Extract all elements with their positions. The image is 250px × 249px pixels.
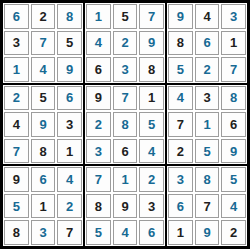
cell-r6c4[interactable]: 3: [86, 139, 111, 164]
cell-r5c2[interactable]: 9: [31, 112, 56, 137]
cell-r8c3[interactable]: 2: [57, 194, 82, 219]
cell-r4c9[interactable]: 8: [221, 86, 246, 111]
cell-r4c7[interactable]: 4: [168, 86, 193, 111]
cell-r2c4[interactable]: 4: [86, 31, 111, 56]
cell-r9c6[interactable]: 6: [139, 220, 164, 245]
cell-r6c7[interactable]: 2: [168, 139, 193, 164]
cell-r9c8[interactable]: 9: [195, 220, 220, 245]
box-6: 438716259: [166, 84, 248, 166]
cell-r2c2[interactable]: 7: [31, 31, 56, 56]
cell-r3c6[interactable]: 8: [139, 57, 164, 82]
cell-r9c7[interactable]: 1: [168, 220, 193, 245]
cell-r9c4[interactable]: 5: [86, 220, 111, 245]
cell-r8c4[interactable]: 8: [86, 194, 111, 219]
cell-r6c2[interactable]: 8: [31, 139, 56, 164]
cell-r3c2[interactable]: 4: [31, 57, 56, 82]
cell-r8c5[interactable]: 9: [113, 194, 138, 219]
cell-r1c4[interactable]: 1: [86, 4, 111, 29]
cell-r5c3[interactable]: 3: [57, 112, 82, 137]
sudoku-board: 6283751491574296389438615272564937819712…: [0, 0, 250, 249]
cell-r9c3[interactable]: 7: [57, 220, 82, 245]
cell-r1c9[interactable]: 3: [221, 4, 246, 29]
cell-r3c4[interactable]: 6: [86, 57, 111, 82]
cell-r3c1[interactable]: 1: [4, 57, 29, 82]
cell-r3c3[interactable]: 9: [57, 57, 82, 82]
cell-r7c8[interactable]: 8: [195, 167, 220, 192]
cell-r8c7[interactable]: 6: [168, 194, 193, 219]
cell-r4c2[interactable]: 5: [31, 86, 56, 111]
cell-r7c3[interactable]: 4: [57, 167, 82, 192]
cell-r1c1[interactable]: 6: [4, 4, 29, 29]
cell-r6c1[interactable]: 7: [4, 139, 29, 164]
cell-r1c7[interactable]: 9: [168, 4, 193, 29]
cell-r5c9[interactable]: 6: [221, 112, 246, 137]
cell-r4c6[interactable]: 1: [139, 86, 164, 111]
cell-r7c7[interactable]: 3: [168, 167, 193, 192]
cell-r1c3[interactable]: 8: [57, 4, 82, 29]
cell-r2c3[interactable]: 5: [57, 31, 82, 56]
cell-r7c5[interactable]: 1: [113, 167, 138, 192]
cell-r6c5[interactable]: 6: [113, 139, 138, 164]
cell-r1c8[interactable]: 4: [195, 4, 220, 29]
cell-r5c5[interactable]: 8: [113, 112, 138, 137]
cell-r4c8[interactable]: 3: [195, 86, 220, 111]
box-8: 712893546: [84, 165, 166, 247]
cell-r7c1[interactable]: 9: [4, 167, 29, 192]
box-5: 971285364: [84, 84, 166, 166]
cell-r6c8[interactable]: 5: [195, 139, 220, 164]
cell-r7c2[interactable]: 6: [31, 167, 56, 192]
cell-r8c2[interactable]: 1: [31, 194, 56, 219]
cell-r2c1[interactable]: 3: [4, 31, 29, 56]
cell-r2c6[interactable]: 9: [139, 31, 164, 56]
cell-r2c7[interactable]: 8: [168, 31, 193, 56]
cell-r2c9[interactable]: 1: [221, 31, 246, 56]
cell-r5c6[interactable]: 5: [139, 112, 164, 137]
cell-r6c6[interactable]: 4: [139, 139, 164, 164]
box-2: 157429638: [84, 2, 166, 84]
cell-r2c5[interactable]: 2: [113, 31, 138, 56]
cell-r7c9[interactable]: 5: [221, 167, 246, 192]
cell-r8c6[interactable]: 3: [139, 194, 164, 219]
cell-r5c7[interactable]: 7: [168, 112, 193, 137]
cell-r5c1[interactable]: 4: [4, 112, 29, 137]
cell-r4c5[interactable]: 7: [113, 86, 138, 111]
box-3: 943861527: [166, 2, 248, 84]
cell-r3c7[interactable]: 5: [168, 57, 193, 82]
box-7: 964512837: [2, 165, 84, 247]
cell-r9c5[interactable]: 4: [113, 220, 138, 245]
cell-r4c4[interactable]: 9: [86, 86, 111, 111]
cell-r9c9[interactable]: 2: [221, 220, 246, 245]
cell-r7c4[interactable]: 7: [86, 167, 111, 192]
cell-r1c6[interactable]: 7: [139, 4, 164, 29]
cell-r3c8[interactable]: 2: [195, 57, 220, 82]
cell-r6c9[interactable]: 9: [221, 139, 246, 164]
box-1: 628375149: [2, 2, 84, 84]
cell-r1c2[interactable]: 2: [31, 4, 56, 29]
cell-r3c9[interactable]: 7: [221, 57, 246, 82]
cell-r9c1[interactable]: 8: [4, 220, 29, 245]
cell-r8c9[interactable]: 4: [221, 194, 246, 219]
cell-r8c1[interactable]: 5: [4, 194, 29, 219]
cell-r8c8[interactable]: 7: [195, 194, 220, 219]
cell-r7c6[interactable]: 2: [139, 167, 164, 192]
cell-r5c4[interactable]: 2: [86, 112, 111, 137]
cell-r4c3[interactable]: 6: [57, 86, 82, 111]
box-4: 256493781: [2, 84, 84, 166]
cell-r3c5[interactable]: 3: [113, 57, 138, 82]
cell-r1c5[interactable]: 5: [113, 4, 138, 29]
box-9: 385674192: [166, 165, 248, 247]
cell-r4c1[interactable]: 2: [4, 86, 29, 111]
cell-r2c8[interactable]: 6: [195, 31, 220, 56]
cell-r9c2[interactable]: 3: [31, 220, 56, 245]
cell-r5c8[interactable]: 1: [195, 112, 220, 137]
cell-r6c3[interactable]: 1: [57, 139, 82, 164]
